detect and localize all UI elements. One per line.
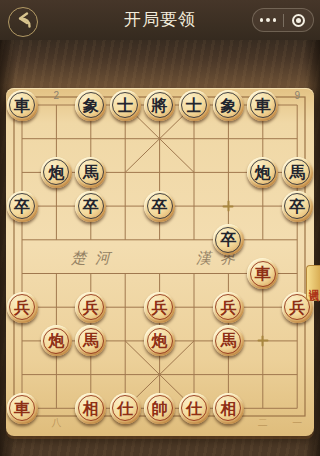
piece-label: 兵 — [144, 292, 175, 323]
column-label-bottom: 八 — [51, 418, 61, 428]
piece-label: 士 — [179, 90, 210, 121]
piece-black-將[interactable]: 將 — [144, 90, 175, 121]
piece-black-象[interactable]: 象 — [75, 90, 106, 121]
column-label-top: 9 — [294, 91, 300, 101]
piece-label: 仕 — [179, 393, 210, 424]
piece-label: 象 — [75, 90, 106, 121]
piece-black-卒[interactable]: 卒 — [213, 224, 244, 255]
piece-black-車[interactable]: 車 — [247, 90, 278, 121]
piece-black-炮[interactable]: 炮 — [247, 157, 278, 188]
piece-label: 馬 — [75, 157, 106, 188]
piece-label: 卒 — [213, 224, 244, 255]
piece-black-士[interactable]: 士 — [179, 90, 210, 121]
header: 开局要领 — [0, 0, 320, 40]
piece-red-仕[interactable]: 仕 — [110, 393, 141, 424]
piece-label: 炮 — [41, 325, 72, 356]
piece-black-卒[interactable]: 卒 — [7, 191, 38, 222]
column-label-bottom: 一 — [292, 418, 302, 428]
piece-red-兵[interactable]: 兵 — [7, 292, 38, 323]
piece-label: 士 — [110, 90, 141, 121]
close-record-button[interactable] — [284, 9, 314, 31]
wechat-capsule — [252, 8, 314, 32]
app-screen: 开局要领 29八二一楚河漢界車象士將士象車炮馬炮馬卒卒卒卒卒車兵兵兵兵兵炮馬炮馬… — [0, 0, 320, 456]
piece-red-兵[interactable]: 兵 — [75, 292, 106, 323]
ellipsis-icon — [260, 18, 264, 22]
piece-red-兵[interactable]: 兵 — [213, 292, 244, 323]
piece-black-炮[interactable]: 炮 — [41, 157, 72, 188]
piece-label: 象 — [213, 90, 244, 121]
piece-label: 兵 — [213, 292, 244, 323]
piece-label: 帥 — [144, 393, 175, 424]
piece-label: 卒 — [7, 191, 38, 222]
piece-red-相[interactable]: 相 — [75, 393, 106, 424]
debug-tab-button[interactable]: 调试 — [306, 265, 320, 301]
piece-black-卒[interactable]: 卒 — [75, 191, 106, 222]
piece-label: 兵 — [75, 292, 106, 323]
piece-label: 馬 — [213, 325, 244, 356]
piece-label: 仕 — [110, 393, 141, 424]
piece-label: 馬 — [282, 157, 313, 188]
piece-red-炮[interactable]: 炮 — [144, 325, 175, 356]
piece-label: 馬 — [75, 325, 106, 356]
piece-label: 車 — [7, 90, 38, 121]
piece-label: 相 — [213, 393, 244, 424]
piece-label: 車 — [247, 258, 278, 289]
point-marker — [223, 201, 234, 212]
column-label-bottom: 二 — [258, 418, 268, 428]
piece-black-卒[interactable]: 卒 — [282, 191, 313, 222]
piece-black-馬[interactable]: 馬 — [75, 157, 106, 188]
river-label-left: 楚河 — [71, 249, 119, 268]
piece-black-馬[interactable]: 馬 — [282, 157, 313, 188]
piece-label: 卒 — [75, 191, 106, 222]
piece-label: 炮 — [41, 157, 72, 188]
piece-red-馬[interactable]: 馬 — [75, 325, 106, 356]
record-dot-icon — [292, 14, 305, 27]
piece-label: 相 — [75, 393, 106, 424]
piece-red-帥[interactable]: 帥 — [144, 393, 175, 424]
column-label-top: 2 — [54, 91, 60, 101]
point-marker — [257, 335, 268, 346]
piece-label: 卒 — [282, 191, 313, 222]
piece-black-卒[interactable]: 卒 — [144, 191, 175, 222]
more-options-button[interactable] — [253, 9, 283, 31]
piece-red-仕[interactable]: 仕 — [179, 393, 210, 424]
piece-red-馬[interactable]: 馬 — [213, 325, 244, 356]
piece-black-車[interactable]: 車 — [7, 90, 38, 121]
xiangqi-board[interactable]: 29八二一楚河漢界車象士將士象車炮馬炮馬卒卒卒卒卒車兵兵兵兵兵炮馬炮馬車相仕帥仕… — [6, 88, 314, 436]
piece-red-車[interactable]: 車 — [7, 393, 38, 424]
piece-label: 卒 — [144, 191, 175, 222]
piece-label: 車 — [247, 90, 278, 121]
piece-red-炮[interactable]: 炮 — [41, 325, 72, 356]
piece-red-相[interactable]: 相 — [213, 393, 244, 424]
piece-label: 兵 — [7, 292, 38, 323]
piece-black-士[interactable]: 士 — [110, 90, 141, 121]
piece-red-兵[interactable]: 兵 — [144, 292, 175, 323]
piece-label: 將 — [144, 90, 175, 121]
piece-black-象[interactable]: 象 — [213, 90, 244, 121]
piece-label: 車 — [7, 393, 38, 424]
piece-label: 炮 — [247, 157, 278, 188]
piece-red-車[interactable]: 車 — [247, 258, 278, 289]
piece-label: 炮 — [144, 325, 175, 356]
